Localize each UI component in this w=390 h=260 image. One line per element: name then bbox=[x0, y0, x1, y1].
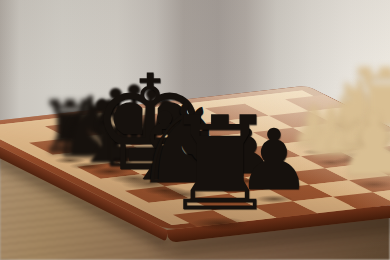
white-pawn-glyph: ♟ bbox=[335, 102, 390, 188]
black-rook-glyph: ♜ bbox=[162, 99, 279, 229]
pieces-layer: ♟♟♟♞♜♟♜♞♝♛♟♚♟♝♟♞♟♜ bbox=[0, 0, 390, 260]
chessboard-photo: ♟♟♟♞♜♟♜♞♝♛♟♚♟♝♟♞♟♜ bbox=[0, 0, 390, 260]
